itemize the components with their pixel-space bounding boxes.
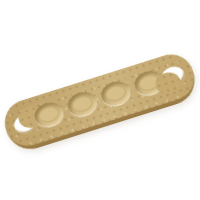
pit-1[interactable] bbox=[32, 99, 67, 130]
pit-3[interactable] bbox=[98, 78, 133, 109]
pit-2[interactable] bbox=[65, 89, 100, 120]
pit-floor bbox=[103, 83, 128, 104]
right-handle-cutout bbox=[159, 64, 187, 89]
pit-floor bbox=[70, 94, 95, 115]
photo-canvas bbox=[0, 0, 200, 200]
board-surface bbox=[0, 49, 200, 152]
mancala-board bbox=[0, 49, 200, 156]
pit-floor bbox=[37, 104, 62, 125]
